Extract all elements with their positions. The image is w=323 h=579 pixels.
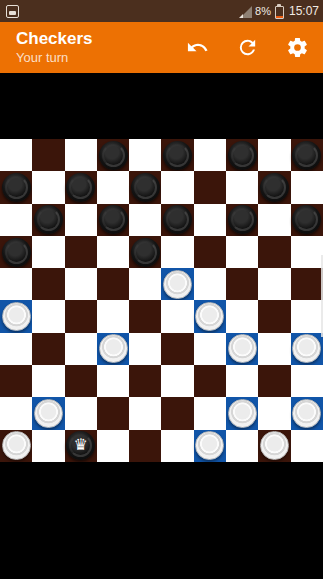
notification-icon-detail: [9, 11, 16, 15]
cell-r6c0: [0, 333, 32, 365]
cell-r6c9[interactable]: [291, 333, 323, 365]
white-man-piece[interactable]: [195, 431, 224, 460]
battery-icon: [275, 4, 284, 19]
battery-charge-level: [276, 16, 283, 18]
black-king-piece[interactable]: ♛: [66, 431, 95, 460]
cell-r5c2[interactable]: [65, 300, 97, 332]
black-man-piece[interactable]: [34, 205, 63, 234]
cell-r8c4: [129, 397, 161, 429]
white-man-piece[interactable]: [195, 302, 224, 331]
cell-r1c3: [97, 171, 129, 203]
cell-r7c2[interactable]: [65, 365, 97, 397]
cell-r9c8[interactable]: [258, 430, 290, 462]
cell-r2c1[interactable]: [32, 204, 64, 236]
cell-r4c8: [258, 268, 290, 300]
cell-r2c0: [0, 204, 32, 236]
cell-r9c3: [97, 430, 129, 462]
cell-r4c1[interactable]: [32, 268, 64, 300]
cell-r2c7[interactable]: [226, 204, 258, 236]
cell-r2c3[interactable]: [97, 204, 129, 236]
black-man-piece[interactable]: [163, 205, 192, 234]
cell-r1c0[interactable]: [0, 171, 32, 203]
cell-r3c4[interactable]: [129, 236, 161, 268]
cell-r8c2: [65, 397, 97, 429]
cell-r5c4[interactable]: [129, 300, 161, 332]
cell-r7c3: [97, 365, 129, 397]
cell-r8c9[interactable]: [291, 397, 323, 429]
cell-r5c6[interactable]: [194, 300, 226, 332]
status-bar: 8% 15:07: [0, 0, 323, 22]
cell-r2c5[interactable]: [161, 204, 193, 236]
cell-r6c7[interactable]: [226, 333, 258, 365]
cell-r6c8: [258, 333, 290, 365]
cell-r3c1: [32, 236, 64, 268]
settings-button[interactable]: [285, 36, 309, 60]
cell-r6c4: [129, 333, 161, 365]
board: ♛: [0, 139, 323, 462]
undo-icon: [186, 36, 209, 59]
black-man-piece[interactable]: [260, 173, 289, 202]
cell-r8c8: [258, 397, 290, 429]
cell-r1c6[interactable]: [194, 171, 226, 203]
cell-r4c7[interactable]: [226, 268, 258, 300]
cell-r5c3: [97, 300, 129, 332]
black-man-piece[interactable]: [99, 141, 128, 170]
cell-r3c0[interactable]: [0, 236, 32, 268]
cell-r8c6: [194, 397, 226, 429]
status-bar-right: 8% 15:07: [239, 4, 319, 19]
cell-r7c7: [226, 365, 258, 397]
cell-r9c1: [32, 430, 64, 462]
cell-r5c7: [226, 300, 258, 332]
cell-r6c5[interactable]: [161, 333, 193, 365]
cell-r5c1: [32, 300, 64, 332]
white-man-piece[interactable]: [2, 302, 31, 331]
cell-r4c9[interactable]: [291, 268, 323, 300]
restart-button[interactable]: [235, 36, 259, 60]
cell-r1c4[interactable]: [129, 171, 161, 203]
app-bar-titles: Checkers Your turn: [16, 30, 93, 65]
cell-r8c1[interactable]: [32, 397, 64, 429]
cell-r4c2: [65, 268, 97, 300]
cell-r0c3[interactable]: [97, 139, 129, 171]
cell-r1c2[interactable]: [65, 171, 97, 203]
cell-r1c7: [226, 171, 258, 203]
cell-r9c5: [161, 430, 193, 462]
cell-r0c9[interactable]: [291, 139, 323, 171]
cell-r2c4: [129, 204, 161, 236]
white-man-piece[interactable]: [163, 270, 192, 299]
cell-r6c1[interactable]: [32, 333, 64, 365]
black-man-piece[interactable]: [163, 141, 192, 170]
cell-r6c3[interactable]: [97, 333, 129, 365]
cell-r0c1[interactable]: [32, 139, 64, 171]
cell-r9c9: [291, 430, 323, 462]
white-man-piece[interactable]: [292, 399, 321, 428]
black-man-piece[interactable]: [292, 205, 321, 234]
black-man-piece[interactable]: [99, 205, 128, 234]
black-man-piece[interactable]: [228, 141, 257, 170]
black-man-piece[interactable]: [131, 173, 160, 202]
cell-r4c4: [129, 268, 161, 300]
cell-r9c2[interactable]: ♛: [65, 430, 97, 462]
cell-r8c5[interactable]: [161, 397, 193, 429]
cell-r5c5: [161, 300, 193, 332]
battery-percent-label: 8%: [255, 5, 271, 17]
cell-r9c4[interactable]: [129, 430, 161, 462]
cell-r7c1: [32, 365, 64, 397]
cell-r4c0: [0, 268, 32, 300]
cell-r7c5: [161, 365, 193, 397]
cell-r3c2[interactable]: [65, 236, 97, 268]
black-man-piece[interactable]: [292, 141, 321, 170]
cell-r0c6: [194, 139, 226, 171]
cell-r3c9: [291, 236, 323, 268]
cell-r3c8[interactable]: [258, 236, 290, 268]
cell-r1c8[interactable]: [258, 171, 290, 203]
settings-gear-icon: [286, 36, 309, 59]
cell-r0c5[interactable]: [161, 139, 193, 171]
turn-status: Your turn: [16, 51, 93, 65]
board-area: ♛: [0, 139, 323, 462]
cell-r0c0: [0, 139, 32, 171]
battery-body: [275, 6, 284, 19]
restart-icon: [236, 36, 259, 59]
white-man-piece[interactable]: [260, 431, 289, 460]
cell-r8c7[interactable]: [226, 397, 258, 429]
cell-r9c7: [226, 430, 258, 462]
black-man-piece[interactable]: [228, 205, 257, 234]
cell-r1c1: [32, 171, 64, 203]
cell-r2c2: [65, 204, 97, 236]
white-man-piece[interactable]: [228, 399, 257, 428]
white-man-piece[interactable]: [228, 334, 257, 363]
clock: 15:07: [289, 4, 319, 18]
cell-r7c0[interactable]: [0, 365, 32, 397]
cell-r4c3[interactable]: [97, 268, 129, 300]
cell-r7c9: [291, 365, 323, 397]
undo-button[interactable]: [185, 36, 209, 60]
cell-r8c3[interactable]: [97, 397, 129, 429]
cell-r2c9[interactable]: [291, 204, 323, 236]
black-man-piece[interactable]: [2, 173, 31, 202]
cell-r4c6: [194, 268, 226, 300]
cell-r2c6: [194, 204, 226, 236]
cell-r0c7[interactable]: [226, 139, 258, 171]
cell-r9c0[interactable]: [0, 430, 32, 462]
cell-r3c7: [226, 236, 258, 268]
cell-r6c2: [65, 333, 97, 365]
signal-strength-icon: [239, 5, 252, 18]
app-title: Checkers: [16, 30, 93, 49]
cell-r9c6[interactable]: [194, 430, 226, 462]
crown-icon: ♛: [74, 437, 88, 453]
cell-r3c5: [161, 236, 193, 268]
cell-r5c9: [291, 300, 323, 332]
cell-r3c3: [97, 236, 129, 268]
white-man-piece[interactable]: [2, 431, 31, 460]
cell-r7c4[interactable]: [129, 365, 161, 397]
cell-r1c5: [161, 171, 193, 203]
cell-r7c8[interactable]: [258, 365, 290, 397]
signal-level: [239, 14, 243, 18]
cell-r2c8: [258, 204, 290, 236]
white-man-piece[interactable]: [34, 399, 63, 428]
cell-r0c2: [65, 139, 97, 171]
black-man-piece[interactable]: [66, 173, 95, 202]
app-bar: Checkers Your turn: [0, 22, 323, 73]
black-man-piece[interactable]: [131, 238, 160, 267]
cell-r5c0[interactable]: [0, 300, 32, 332]
cell-r0c4: [129, 139, 161, 171]
white-man-piece[interactable]: [99, 334, 128, 363]
screenshot-notification-icon: [6, 5, 19, 18]
cell-r3c6[interactable]: [194, 236, 226, 268]
app-bar-actions: [185, 36, 309, 60]
cell-r1c9: [291, 171, 323, 203]
cell-r0c8: [258, 139, 290, 171]
cell-r6c6: [194, 333, 226, 365]
cell-r8c0: [0, 397, 32, 429]
white-man-piece[interactable]: [292, 334, 321, 363]
cell-r4c5[interactable]: [161, 268, 193, 300]
black-man-piece[interactable]: [2, 238, 31, 267]
cell-r7c6[interactable]: [194, 365, 226, 397]
cell-r5c8[interactable]: [258, 300, 290, 332]
